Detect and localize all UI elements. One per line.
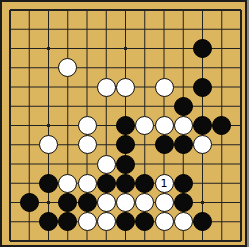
white-stone xyxy=(39,135,58,154)
white-stone xyxy=(155,193,174,212)
black-stone xyxy=(174,174,193,193)
black-stone xyxy=(58,193,77,212)
go-board: 1 xyxy=(0,0,247,247)
white-stone xyxy=(135,193,154,212)
black-stone xyxy=(58,212,77,231)
black-stone xyxy=(135,174,154,193)
white-stone xyxy=(78,212,97,231)
black-stone xyxy=(78,193,97,212)
white-stone xyxy=(97,193,116,212)
white-stone xyxy=(58,58,77,77)
black-stone xyxy=(174,97,193,116)
white-stone xyxy=(135,116,154,135)
black-stone xyxy=(212,116,231,135)
black-stone xyxy=(193,116,212,135)
white-stone xyxy=(78,135,97,154)
black-stone xyxy=(20,193,39,212)
white-stone xyxy=(97,212,116,231)
white-stone xyxy=(155,212,174,231)
black-stone xyxy=(193,78,212,97)
black-stone xyxy=(174,135,193,154)
black-stone xyxy=(116,135,135,154)
white-stone xyxy=(116,78,135,97)
black-stone xyxy=(116,174,135,193)
black-stone xyxy=(135,212,154,231)
white-stone-move-1: 1 xyxy=(155,174,174,193)
move-number-label: 1 xyxy=(161,178,168,189)
white-stone xyxy=(193,135,212,154)
white-stone xyxy=(174,116,193,135)
black-stone xyxy=(97,174,116,193)
white-stone xyxy=(97,78,116,97)
white-stone xyxy=(155,116,174,135)
go-diagram: 1 xyxy=(0,0,247,247)
black-stone xyxy=(116,116,135,135)
stones-layer: 1 xyxy=(2,2,249,247)
white-stone xyxy=(97,155,116,174)
black-stone xyxy=(39,174,58,193)
black-stone xyxy=(174,193,193,212)
black-stone xyxy=(39,212,58,231)
black-stone xyxy=(155,135,174,154)
black-stone xyxy=(193,212,212,231)
white-stone xyxy=(155,78,174,97)
white-stone xyxy=(116,193,135,212)
black-stone xyxy=(193,39,212,58)
white-stone xyxy=(78,116,97,135)
black-stone xyxy=(116,212,135,231)
white-stone xyxy=(174,212,193,231)
black-stone xyxy=(116,155,135,174)
white-stone xyxy=(78,174,97,193)
white-stone xyxy=(58,174,77,193)
